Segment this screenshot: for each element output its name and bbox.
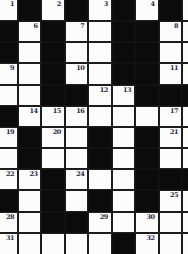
white-cell[interactable] — [88, 63, 111, 84]
white-cell[interactable] — [88, 106, 111, 127]
white-cell[interactable] — [182, 0, 188, 21]
black-cell — [0, 106, 18, 127]
white-cell[interactable] — [182, 190, 188, 211]
black-cell — [41, 63, 64, 84]
black-cell — [112, 21, 135, 42]
clue-number: 3 — [104, 0, 108, 8]
black-cell — [135, 127, 158, 148]
white-cell[interactable] — [18, 212, 41, 233]
clue-number: 23 — [29, 170, 37, 178]
clue-number: 11 — [170, 64, 178, 72]
clue-number: 16 — [76, 107, 84, 115]
clue-number: 8 — [174, 22, 178, 30]
white-cell[interactable] — [112, 190, 135, 211]
white-cell[interactable]: 32 — [135, 233, 158, 254]
white-cell[interactable]: 30 — [135, 212, 158, 233]
white-cell[interactable] — [159, 42, 182, 63]
clue-number: 2 — [57, 0, 61, 8]
white-cell[interactable]: 8 — [159, 21, 182, 42]
black-cell — [135, 190, 158, 211]
white-cell[interactable]: 19 — [0, 127, 18, 148]
white-cell[interactable] — [41, 148, 64, 169]
black-cell — [112, 0, 135, 21]
black-cell — [135, 63, 158, 84]
black-cell — [88, 148, 111, 169]
white-cell[interactable] — [88, 21, 111, 42]
clue-number: 28 — [6, 213, 14, 221]
black-cell — [182, 85, 188, 106]
white-cell[interactable]: 6 — [18, 21, 41, 42]
black-cell — [41, 212, 64, 233]
clue-number: 25 — [170, 191, 178, 199]
black-cell — [41, 21, 64, 42]
white-cell[interactable] — [88, 169, 111, 190]
crossword-grid: 1234678910111213141516171920212223242528… — [0, 0, 188, 254]
white-cell[interactable] — [135, 106, 158, 127]
white-cell[interactable]: 3 — [88, 0, 111, 21]
black-cell — [135, 85, 158, 106]
black-cell — [88, 190, 111, 211]
clue-number: 29 — [100, 213, 108, 221]
white-cell[interactable]: 31 — [0, 233, 18, 254]
white-cell[interactable] — [88, 233, 111, 254]
white-cell[interactable]: 10 — [65, 63, 88, 84]
black-cell — [41, 85, 64, 106]
clue-number: 1 — [10, 0, 14, 8]
white-cell[interactable] — [18, 190, 41, 211]
black-cell — [159, 0, 182, 21]
black-cell — [135, 21, 158, 42]
clue-number: 17 — [170, 107, 178, 115]
white-cell[interactable]: 1 — [0, 0, 18, 21]
black-cell — [135, 42, 158, 63]
white-cell[interactable] — [159, 148, 182, 169]
black-cell — [65, 0, 88, 21]
clue-number: 4 — [151, 0, 155, 8]
black-cell — [0, 21, 18, 42]
white-cell[interactable] — [18, 85, 41, 106]
white-cell[interactable] — [88, 42, 111, 63]
white-cell[interactable]: 2 — [41, 0, 64, 21]
clue-number: 20 — [53, 128, 61, 136]
white-cell[interactable]: 14 — [18, 106, 41, 127]
black-cell — [41, 190, 64, 211]
black-cell — [41, 42, 64, 63]
white-cell[interactable]: 23 — [18, 169, 41, 190]
white-cell[interactable] — [112, 169, 135, 190]
white-cell[interactable] — [182, 42, 188, 63]
white-cell[interactable]: 11 — [159, 63, 182, 84]
clue-number: 14 — [29, 107, 37, 115]
black-cell — [135, 169, 158, 190]
black-cell — [112, 233, 135, 254]
black-cell — [18, 127, 41, 148]
white-cell[interactable] — [159, 233, 182, 254]
white-cell[interactable] — [159, 212, 182, 233]
clue-number: 7 — [80, 22, 84, 30]
clue-number: 10 — [76, 64, 84, 72]
white-cell[interactable] — [182, 233, 188, 254]
black-cell — [0, 190, 18, 211]
black-cell — [41, 169, 64, 190]
clue-number: 32 — [147, 234, 155, 242]
white-cell[interactable] — [65, 190, 88, 211]
white-cell[interactable] — [65, 127, 88, 148]
black-cell — [65, 85, 88, 106]
white-cell[interactable] — [182, 212, 188, 233]
clue-number: 30 — [147, 213, 155, 221]
white-cell[interactable]: 20 — [41, 127, 64, 148]
black-cell — [0, 42, 18, 63]
white-cell[interactable] — [65, 42, 88, 63]
clue-number: 6 — [33, 22, 37, 30]
white-cell[interactable] — [18, 42, 41, 63]
white-cell[interactable]: 25 — [159, 190, 182, 211]
black-cell — [112, 42, 135, 63]
clue-number: 12 — [100, 86, 108, 94]
white-cell[interactable]: 28 — [0, 212, 18, 233]
black-cell — [159, 169, 182, 190]
white-cell[interactable] — [65, 233, 88, 254]
black-cell — [112, 63, 135, 84]
black-cell — [159, 85, 182, 106]
clue-number: 13 — [123, 86, 131, 94]
black-cell — [65, 212, 88, 233]
white-cell[interactable] — [182, 127, 188, 148]
white-cell[interactable] — [182, 21, 188, 42]
white-cell[interactable] — [0, 85, 18, 106]
white-cell[interactable]: 13 — [112, 85, 135, 106]
white-cell[interactable] — [112, 148, 135, 169]
white-cell[interactable]: 9 — [0, 63, 18, 84]
clue-number: 24 — [76, 170, 84, 178]
white-cell[interactable]: 12 — [88, 85, 111, 106]
white-cell[interactable] — [182, 106, 188, 127]
white-cell[interactable]: 21 — [159, 127, 182, 148]
white-cell[interactable] — [0, 148, 18, 169]
white-cell[interactable] — [112, 212, 135, 233]
black-cell — [18, 148, 41, 169]
white-cell[interactable] — [182, 63, 188, 84]
white-cell[interactable]: 4 — [135, 0, 158, 21]
black-cell — [88, 127, 111, 148]
white-cell[interactable] — [41, 233, 64, 254]
clue-number: 9 — [10, 64, 14, 72]
black-cell — [18, 0, 41, 21]
white-cell[interactable]: 7 — [65, 21, 88, 42]
white-cell[interactable]: 22 — [0, 169, 18, 190]
white-cell[interactable] — [112, 127, 135, 148]
white-cell[interactable] — [18, 233, 41, 254]
clue-number: 19 — [6, 128, 14, 136]
clue-number: 21 — [170, 128, 178, 136]
clue-number: 31 — [6, 234, 14, 242]
black-cell — [135, 148, 158, 169]
white-cell[interactable]: 15 — [41, 106, 64, 127]
black-cell — [182, 169, 188, 190]
white-cell[interactable]: 24 — [65, 169, 88, 190]
white-cell[interactable]: 29 — [88, 212, 111, 233]
white-cell[interactable]: 17 — [159, 106, 182, 127]
white-cell[interactable] — [18, 63, 41, 84]
clue-number: 22 — [6, 170, 14, 178]
white-cell[interactable] — [182, 148, 188, 169]
clue-number: 15 — [53, 107, 61, 115]
white-cell[interactable]: 16 — [65, 106, 88, 127]
white-cell[interactable] — [112, 106, 135, 127]
white-cell[interactable] — [65, 148, 88, 169]
